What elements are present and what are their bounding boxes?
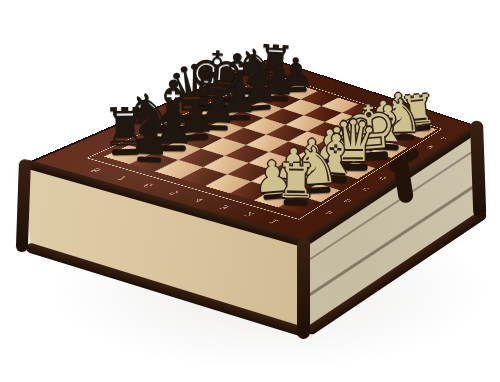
pieces-layer: ♜♞♝♛♚♝♞♜♟♟♟♟♟♟♟♟♟♟♟♟♟♟♟♟♜♞♝♛♚♝♞♜ xyxy=(0,0,500,382)
piece-white-rook: ♜ xyxy=(275,159,318,206)
rook-glyph: ♜ xyxy=(275,159,318,203)
pawn-glyph: ♟ xyxy=(128,116,172,161)
piece-base xyxy=(284,200,308,206)
piece-black-pawn: ♟ xyxy=(128,116,172,163)
chessboard-scene: 12345678 abcdefgh ♞ ♜♞♝♛♚♝♞♜♟♟♟♟♟♟♟♟♟♟♟♟… xyxy=(0,0,500,382)
